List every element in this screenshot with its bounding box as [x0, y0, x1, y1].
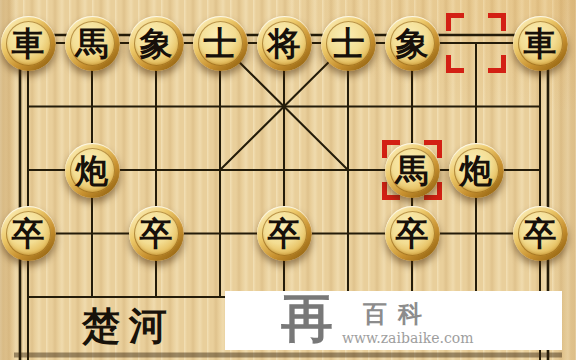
piece-character: 士: [332, 27, 365, 60]
piece-soldier-f2r3[interactable]: 卒: [129, 206, 184, 261]
piece-character: 馬: [396, 154, 429, 187]
piece-chariot-f8r0[interactable]: 車: [513, 16, 568, 71]
piece-soldier-f4r3[interactable]: 卒: [257, 206, 312, 261]
piece-character: 車: [524, 27, 557, 60]
piece-soldier-f8r3[interactable]: 卒: [513, 206, 568, 261]
piece-character: 炮: [460, 154, 493, 187]
piece-character: 卒: [268, 217, 301, 250]
watermark-brand: 百科: [363, 302, 433, 326]
watermark-url: www.zaibaike.com: [342, 331, 474, 345]
piece-elephant-f6r0[interactable]: 象: [385, 16, 440, 71]
piece-horse-f6r2[interactable]: 馬: [385, 143, 440, 198]
piece-character: 士: [204, 27, 237, 60]
piece-layer: 車馬象士将士象車炮馬炮卒卒卒卒卒: [0, 11, 572, 329]
piece-cannon-f7r2[interactable]: 炮: [449, 143, 504, 198]
piece-advisor-f3r0[interactable]: 士: [193, 16, 248, 71]
watermark: 再 百科 www.zaibaike.com: [225, 291, 562, 350]
piece-elephant-f2r0[interactable]: 象: [129, 16, 184, 71]
piece-character: 馬: [76, 27, 109, 60]
piece-character: 炮: [76, 154, 109, 187]
piece-character: 車: [12, 27, 45, 60]
piece-character: 象: [140, 27, 173, 60]
piece-character: 卒: [524, 217, 557, 250]
piece-character: 卒: [140, 217, 173, 250]
piece-character: 将: [268, 27, 301, 60]
piece-soldier-f0r3[interactable]: 卒: [1, 206, 56, 261]
piece-horse-f1r0[interactable]: 馬: [65, 16, 120, 71]
piece-character: 卒: [12, 217, 45, 250]
xiangqi-board[interactable]: 車馬象士将士象車炮馬炮卒卒卒卒卒 楚河 再 百科 www.zaibaike.co…: [0, 0, 576, 360]
piece-soldier-f6r3[interactable]: 卒: [385, 206, 440, 261]
watermark-logo-icon: 再: [281, 291, 333, 346]
piece-character: 象: [396, 27, 429, 60]
piece-character: 卒: [396, 217, 429, 250]
piece-advisor-f5r0[interactable]: 士: [321, 16, 376, 71]
piece-general-f4r0[interactable]: 将: [257, 16, 312, 71]
piece-cannon-f1r2[interactable]: 炮: [65, 143, 120, 198]
piece-chariot-f0r0[interactable]: 車: [1, 16, 56, 71]
